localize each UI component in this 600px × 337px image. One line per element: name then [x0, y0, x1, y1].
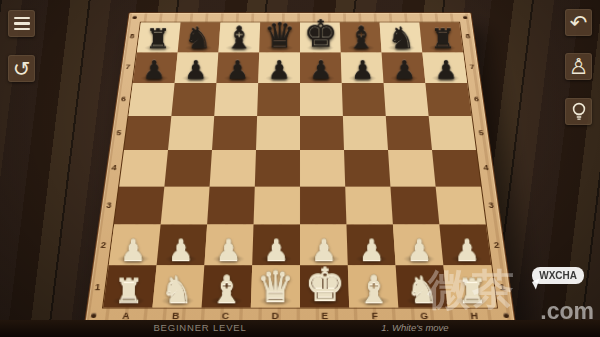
- square-f6[interactable]: [342, 83, 386, 116]
- square-h7[interactable]: ♟: [422, 52, 467, 83]
- status-bar: BEGINNER LEVEL 1. White's move: [0, 320, 600, 337]
- hint-button[interactable]: [565, 98, 592, 125]
- piece-black-knight[interactable]: ♞: [185, 22, 213, 52]
- piece-black-bishop[interactable]: ♝: [347, 21, 375, 52]
- square-c5[interactable]: [212, 116, 257, 150]
- piece-black-bishop[interactable]: ♝: [225, 21, 253, 52]
- square-d8[interactable]: ♛: [259, 23, 300, 53]
- square-e5[interactable]: [300, 116, 344, 150]
- square-h2[interactable]: ♟: [439, 224, 491, 264]
- piece-black-rook[interactable]: ♜: [430, 25, 455, 53]
- menu-button[interactable]: [8, 10, 35, 37]
- piece-white-bishop[interactable]: ♝: [209, 270, 243, 308]
- square-d5[interactable]: [256, 116, 300, 150]
- square-h4[interactable]: [432, 150, 481, 186]
- players-mode-button[interactable]: ♙: [565, 53, 592, 80]
- piece-black-king[interactable]: ♚: [303, 15, 337, 53]
- square-f3[interactable]: [345, 186, 393, 224]
- square-d3[interactable]: [254, 186, 300, 224]
- frame-screw-icon: [503, 313, 509, 318]
- square-b8[interactable]: ♞: [178, 23, 221, 53]
- app-background: { "game": "chess", "position": { "fen": …: [0, 0, 600, 337]
- square-e4[interactable]: [300, 150, 345, 186]
- square-a5[interactable]: [124, 116, 171, 150]
- square-a1[interactable]: ♜: [103, 265, 156, 308]
- piece-white-knight[interactable]: ♞: [161, 271, 194, 308]
- frame-screw-icon: [132, 16, 137, 19]
- square-a2[interactable]: ♟: [109, 224, 161, 264]
- square-d4[interactable]: [255, 150, 300, 186]
- piece-white-pawn[interactable]: ♟: [168, 236, 194, 265]
- square-e1[interactable]: ♚: [300, 265, 349, 308]
- watermark-badge: WXCHA: [532, 267, 584, 284]
- square-g2[interactable]: ♟: [393, 224, 443, 264]
- square-g8[interactable]: ♞: [380, 23, 423, 53]
- piece-black-pawn[interactable]: ♟: [309, 58, 332, 83]
- piece-white-queen[interactable]: ♛: [256, 265, 294, 308]
- board-squares: ♜♞♝♛♚♝♞♜♟♟♟♟♟♟♟♟♟♟♟♟♟♟♟♟♜♞♝♛♚♝♞♜: [102, 22, 498, 309]
- square-f8[interactable]: ♝: [340, 23, 382, 53]
- undo-move-button[interactable]: ↶: [565, 9, 592, 36]
- piece-black-knight[interactable]: ♞: [388, 22, 416, 52]
- square-g5[interactable]: [386, 116, 432, 150]
- square-h6[interactable]: [425, 83, 471, 116]
- square-h1[interactable]: ♜: [443, 265, 496, 308]
- square-f1[interactable]: ♝: [348, 265, 399, 308]
- square-b7[interactable]: ♟: [175, 52, 219, 83]
- piece-black-pawn[interactable]: ♟: [184, 58, 207, 83]
- undo-icon: ↶: [570, 12, 588, 33]
- square-c7[interactable]: ♟: [216, 52, 259, 83]
- piece-white-king[interactable]: ♚: [304, 262, 345, 308]
- piece-black-pawn[interactable]: ♟: [268, 58, 291, 83]
- difficulty-level-label: BEGINNER LEVEL: [100, 322, 300, 333]
- square-c8[interactable]: ♝: [218, 23, 260, 53]
- piece-white-rook[interactable]: ♜: [113, 274, 143, 308]
- square-d1[interactable]: ♛: [251, 265, 300, 308]
- square-b6[interactable]: [171, 83, 216, 116]
- piece-black-queen[interactable]: ♛: [264, 18, 296, 53]
- move-status-label: 1. White's move: [315, 322, 515, 333]
- piece-black-rook[interactable]: ♜: [145, 25, 170, 53]
- piece-white-rook[interactable]: ♜: [457, 274, 487, 308]
- square-d6[interactable]: [257, 83, 300, 116]
- square-c3[interactable]: [207, 186, 255, 224]
- hamburger-menu-icon: [14, 17, 30, 31]
- square-c2[interactable]: ♟: [204, 224, 253, 264]
- rotate-board-button[interactable]: ↺: [8, 55, 35, 82]
- square-e8[interactable]: ♚: [300, 23, 341, 53]
- square-f7[interactable]: ♟: [341, 52, 384, 83]
- square-f5[interactable]: [343, 116, 388, 150]
- square-a6[interactable]: [129, 83, 175, 116]
- frame-screw-icon: [463, 16, 468, 19]
- piece-white-pawn[interactable]: ♟: [120, 236, 147, 265]
- square-a8[interactable]: ♜: [137, 23, 181, 53]
- frame-screw-icon: [91, 313, 97, 318]
- board-frame: 87654321 87654321 ABCDEFGH ♜♞♝♛♚♝♞♜♟♟♟♟♟…: [84, 12, 516, 323]
- square-e7[interactable]: ♟: [300, 52, 342, 83]
- lightbulb-icon: [571, 102, 587, 122]
- piece-black-pawn[interactable]: ♟: [226, 58, 249, 83]
- piece-white-pawn[interactable]: ♟: [406, 236, 432, 265]
- piece-white-pawn[interactable]: ♟: [358, 236, 384, 265]
- square-b1[interactable]: ♞: [152, 265, 204, 308]
- square-b3[interactable]: [161, 186, 210, 224]
- square-h3[interactable]: [436, 186, 486, 224]
- piece-white-bishop[interactable]: ♝: [357, 270, 391, 308]
- square-c4[interactable]: [210, 150, 256, 186]
- rotate-icon: ↺: [13, 58, 31, 79]
- piece-black-pawn[interactable]: ♟: [434, 58, 457, 83]
- square-h5[interactable]: [429, 116, 476, 150]
- square-e6[interactable]: [300, 83, 343, 116]
- square-g6[interactable]: [384, 83, 429, 116]
- square-a7[interactable]: ♟: [133, 52, 178, 83]
- chess-board: 87654321 87654321 ABCDEFGH ♜♞♝♛♚♝♞♜♟♟♟♟♟…: [84, 12, 516, 323]
- square-a4[interactable]: [119, 150, 168, 186]
- square-f4[interactable]: [344, 150, 390, 186]
- square-f2[interactable]: ♟: [346, 224, 395, 264]
- square-g1[interactable]: ♞: [396, 265, 448, 308]
- square-c6[interactable]: [214, 83, 258, 116]
- square-b4[interactable]: [164, 150, 212, 186]
- square-d2[interactable]: ♟: [252, 224, 300, 264]
- square-g7[interactable]: ♟: [382, 52, 426, 83]
- piece-black-pawn[interactable]: ♟: [351, 58, 374, 83]
- piece-white-pawn[interactable]: ♟: [454, 236, 481, 265]
- square-b5[interactable]: [168, 116, 214, 150]
- piece-white-knight[interactable]: ♞: [406, 271, 439, 308]
- square-g4[interactable]: [388, 150, 436, 186]
- square-a3[interactable]: [114, 186, 164, 224]
- piece-white-pawn[interactable]: ♟: [263, 236, 289, 265]
- square-e3[interactable]: [300, 186, 346, 224]
- square-h8[interactable]: ♜: [419, 23, 463, 53]
- piece-white-pawn[interactable]: ♟: [215, 236, 241, 265]
- square-b2[interactable]: ♟: [157, 224, 207, 264]
- square-g3[interactable]: [390, 186, 439, 224]
- square-d7[interactable]: ♟: [258, 52, 300, 83]
- pawn-player-icon: ♙: [569, 56, 589, 78]
- piece-black-pawn[interactable]: ♟: [393, 58, 416, 83]
- piece-black-pawn[interactable]: ♟: [142, 58, 165, 83]
- square-c1[interactable]: ♝: [202, 265, 253, 308]
